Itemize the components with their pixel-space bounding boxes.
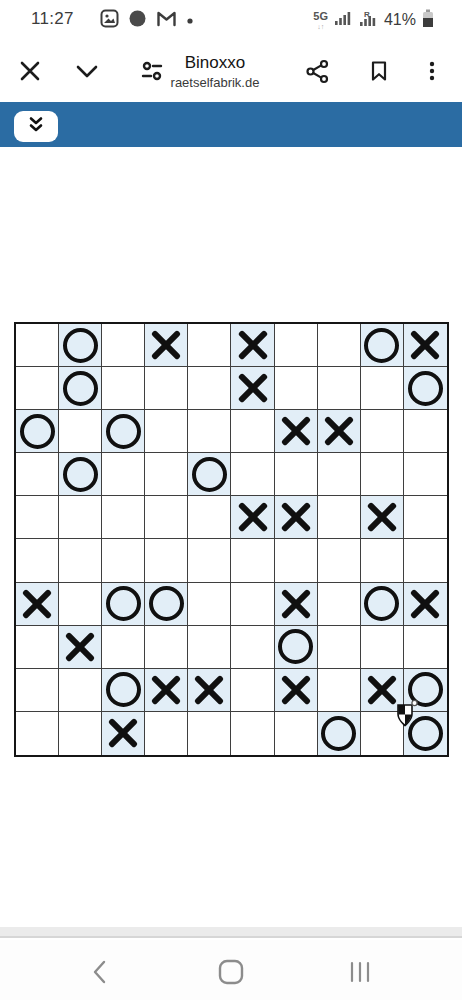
cell-r7c9[interactable] bbox=[361, 583, 404, 626]
cross-symbol bbox=[281, 589, 311, 619]
cell-r9c5[interactable] bbox=[188, 669, 231, 712]
cell-r4c4[interactable] bbox=[145, 453, 188, 496]
circle-symbol bbox=[408, 371, 443, 406]
cell-r2c7[interactable] bbox=[275, 367, 318, 410]
close-icon[interactable] bbox=[15, 56, 45, 86]
cell-r10c3[interactable] bbox=[102, 712, 145, 755]
cross-symbol bbox=[410, 330, 440, 360]
cell-r6c5[interactable] bbox=[188, 539, 231, 582]
cell-r4c3[interactable] bbox=[102, 453, 145, 496]
cell-r7c6[interactable] bbox=[231, 583, 274, 626]
cell-r10c5[interactable] bbox=[188, 712, 231, 755]
cell-r3c4[interactable] bbox=[145, 410, 188, 453]
cell-r6c2[interactable] bbox=[59, 539, 102, 582]
circle-symbol bbox=[408, 716, 443, 751]
double-chevron-down-icon bbox=[25, 114, 47, 139]
cell-r4c7[interactable] bbox=[275, 453, 318, 496]
cross-symbol bbox=[238, 502, 268, 532]
circle-symbol bbox=[364, 586, 399, 621]
cell-r6c6[interactable] bbox=[231, 539, 274, 582]
cell-r1c1[interactable] bbox=[16, 324, 59, 367]
cell-r4c2[interactable] bbox=[59, 453, 102, 496]
cell-r7c10[interactable] bbox=[404, 583, 447, 626]
circle-symbol bbox=[106, 414, 141, 449]
binoxxo-board bbox=[14, 322, 449, 757]
circle-symbol bbox=[63, 371, 98, 406]
cell-r5c1[interactable] bbox=[16, 496, 59, 539]
cell-r4c9[interactable] bbox=[361, 453, 404, 496]
overflow-menu-icon[interactable] bbox=[417, 56, 447, 86]
cross-symbol bbox=[410, 589, 440, 619]
chevron-down-icon[interactable] bbox=[72, 56, 102, 86]
cell-r10c8[interactable] bbox=[318, 712, 361, 755]
cross-symbol bbox=[324, 416, 354, 446]
bookmark-icon[interactable] bbox=[364, 56, 394, 86]
home-icon[interactable] bbox=[209, 954, 253, 990]
cell-r2c6[interactable] bbox=[231, 367, 274, 410]
cell-r7c4[interactable] bbox=[145, 583, 188, 626]
cell-r8c5[interactable] bbox=[188, 626, 231, 669]
circle-symbol bbox=[20, 414, 55, 449]
cross-symbol bbox=[238, 373, 268, 403]
page-domain: raetselfabrik.de bbox=[171, 75, 260, 90]
page-title-block[interactable]: Binoxxo raetselfabrik.de bbox=[160, 46, 270, 96]
cell-r10c2[interactable] bbox=[59, 712, 102, 755]
messenger-notification-icon bbox=[128, 9, 147, 32]
cell-r1c2[interactable] bbox=[59, 324, 102, 367]
cell-r5c2[interactable] bbox=[59, 496, 102, 539]
cell-r8c2[interactable] bbox=[59, 626, 102, 669]
cell-r6c10[interactable] bbox=[404, 539, 447, 582]
cell-r5c7[interactable] bbox=[275, 496, 318, 539]
cell-r10c1[interactable] bbox=[16, 712, 59, 755]
cell-r1c6[interactable] bbox=[231, 324, 274, 367]
cell-r2c2[interactable] bbox=[59, 367, 102, 410]
cell-r6c7[interactable] bbox=[275, 539, 318, 582]
cell-r6c9[interactable] bbox=[361, 539, 404, 582]
cell-r9c8[interactable] bbox=[318, 669, 361, 712]
cell-r4c6[interactable] bbox=[231, 453, 274, 496]
cell-r3c3[interactable] bbox=[102, 410, 145, 453]
cell-r2c3[interactable] bbox=[102, 367, 145, 410]
circle-symbol bbox=[364, 328, 399, 363]
cell-r2c1[interactable] bbox=[16, 367, 59, 410]
cell-r9c7[interactable] bbox=[275, 669, 318, 712]
cross-symbol bbox=[194, 675, 224, 705]
cell-r3c1[interactable] bbox=[16, 410, 59, 453]
cell-r9c10[interactable] bbox=[404, 669, 447, 712]
cell-r8c3[interactable] bbox=[102, 626, 145, 669]
cell-r1c4[interactable] bbox=[145, 324, 188, 367]
cell-r5c4[interactable] bbox=[145, 496, 188, 539]
cross-symbol bbox=[65, 632, 95, 662]
cell-r4c8[interactable] bbox=[318, 453, 361, 496]
cell-r6c1[interactable] bbox=[16, 539, 59, 582]
status-bar: 11:27 5G ↓↑ R 41% bbox=[0, 0, 462, 40]
cell-r7c7[interactable] bbox=[275, 583, 318, 626]
signal-bars-icon bbox=[334, 10, 352, 30]
page-bottom-edge bbox=[0, 927, 462, 938]
signal-bars-roaming-icon: R bbox=[358, 10, 378, 31]
cell-r10c6[interactable] bbox=[231, 712, 274, 755]
collapse-button[interactable] bbox=[14, 111, 58, 142]
cell-r3c6[interactable] bbox=[231, 410, 274, 453]
cross-symbol bbox=[281, 416, 311, 446]
cell-r3c8[interactable] bbox=[318, 410, 361, 453]
circle-symbol bbox=[63, 457, 98, 492]
circle-symbol bbox=[106, 672, 141, 707]
clock: 11:27 bbox=[31, 9, 74, 29]
cross-symbol bbox=[151, 330, 181, 360]
cell-r6c8[interactable] bbox=[318, 539, 361, 582]
cell-r2c5[interactable] bbox=[188, 367, 231, 410]
cell-r4c5[interactable] bbox=[188, 453, 231, 496]
cell-r1c10[interactable] bbox=[404, 324, 447, 367]
cell-r3c10[interactable] bbox=[404, 410, 447, 453]
circle-symbol bbox=[278, 629, 313, 664]
cell-r5c5[interactable] bbox=[188, 496, 231, 539]
cell-r7c8[interactable] bbox=[318, 583, 361, 626]
cell-r4c1[interactable] bbox=[16, 453, 59, 496]
app-bar: Binoxxo raetselfabrik.de bbox=[0, 40, 462, 102]
gallery-notification-icon bbox=[100, 9, 119, 32]
cell-r10c10[interactable] bbox=[404, 712, 447, 755]
more-notifications-dot bbox=[186, 11, 194, 29]
cell-r9c9[interactable] bbox=[361, 669, 404, 712]
cell-r1c7[interactable] bbox=[275, 324, 318, 367]
battery-percent: 41% bbox=[384, 11, 416, 29]
cell-r8c10[interactable] bbox=[404, 626, 447, 669]
cell-r8c9[interactable] bbox=[361, 626, 404, 669]
cell-r8c8[interactable] bbox=[318, 626, 361, 669]
circle-symbol bbox=[408, 672, 443, 707]
cell-r1c5[interactable] bbox=[188, 324, 231, 367]
cell-r2c10[interactable] bbox=[404, 367, 447, 410]
collapse-bar bbox=[0, 102, 462, 147]
gmail-notification-icon bbox=[156, 10, 177, 31]
cross-symbol bbox=[367, 502, 397, 532]
cell-r7c5[interactable] bbox=[188, 583, 231, 626]
cell-r10c4[interactable] bbox=[145, 712, 188, 755]
cell-r7c3[interactable] bbox=[102, 583, 145, 626]
cell-r3c7[interactable] bbox=[275, 410, 318, 453]
cell-r1c3[interactable] bbox=[102, 324, 145, 367]
cell-r10c9[interactable] bbox=[361, 712, 404, 755]
cross-symbol bbox=[281, 502, 311, 532]
cell-r5c8[interactable] bbox=[318, 496, 361, 539]
cell-r5c9[interactable] bbox=[361, 496, 404, 539]
cell-r7c2[interactable] bbox=[59, 583, 102, 626]
cell-r5c3[interactable] bbox=[102, 496, 145, 539]
cell-r8c6[interactable] bbox=[231, 626, 274, 669]
circle-symbol bbox=[63, 328, 98, 363]
cell-r8c7[interactable] bbox=[275, 626, 318, 669]
cross-symbol bbox=[22, 589, 52, 619]
cross-symbol bbox=[151, 675, 181, 705]
cell-r7c1[interactable] bbox=[16, 583, 59, 626]
cell-r8c1[interactable] bbox=[16, 626, 59, 669]
navigation-bar bbox=[0, 940, 462, 1000]
cell-r9c1[interactable] bbox=[16, 669, 59, 712]
cross-symbol bbox=[367, 675, 397, 705]
cell-r10c7[interactable] bbox=[275, 712, 318, 755]
cell-r1c9[interactable] bbox=[361, 324, 404, 367]
cross-symbol bbox=[281, 675, 311, 705]
cell-r9c3[interactable] bbox=[102, 669, 145, 712]
recents-icon[interactable] bbox=[338, 954, 382, 990]
cell-r3c9[interactable] bbox=[361, 410, 404, 453]
circle-symbol bbox=[321, 716, 356, 751]
cell-r9c4[interactable] bbox=[145, 669, 188, 712]
cell-r6c4[interactable] bbox=[145, 539, 188, 582]
circle-symbol bbox=[106, 586, 141, 621]
back-icon[interactable] bbox=[78, 954, 122, 990]
cell-r3c5[interactable] bbox=[188, 410, 231, 453]
share-icon[interactable] bbox=[302, 56, 332, 86]
cell-r8c4[interactable] bbox=[145, 626, 188, 669]
cross-symbol bbox=[108, 718, 138, 748]
page-title: Binoxxo bbox=[185, 53, 245, 73]
cell-r9c2[interactable] bbox=[59, 669, 102, 712]
circle-symbol bbox=[192, 457, 227, 492]
cell-r6c3[interactable] bbox=[102, 539, 145, 582]
battery-icon bbox=[422, 9, 434, 32]
cell-r2c4[interactable] bbox=[145, 367, 188, 410]
cell-r2c8[interactable] bbox=[318, 367, 361, 410]
cell-r2c9[interactable] bbox=[361, 367, 404, 410]
cell-r9c6[interactable] bbox=[231, 669, 274, 712]
network-type-indicator: 5G ↓↑ bbox=[313, 11, 328, 30]
cell-r4c10[interactable] bbox=[404, 453, 447, 496]
circle-symbol bbox=[149, 586, 184, 621]
cell-r3c2[interactable] bbox=[59, 410, 102, 453]
cell-r5c10[interactable] bbox=[404, 496, 447, 539]
cell-r1c8[interactable] bbox=[318, 324, 361, 367]
cross-symbol bbox=[238, 330, 268, 360]
cell-r5c6[interactable] bbox=[231, 496, 274, 539]
